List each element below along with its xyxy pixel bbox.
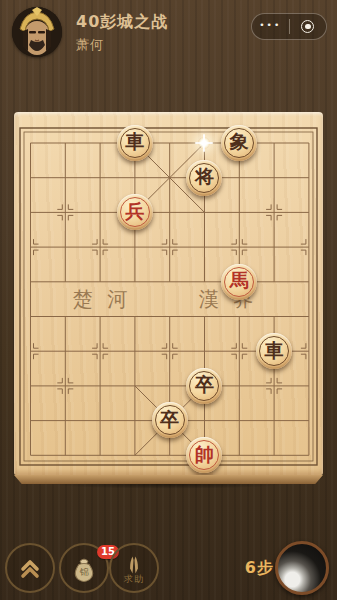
help-label: 求助 (124, 574, 145, 584)
piece-character: 象 (230, 132, 249, 151)
brocade-bag-icon: 锦 (68, 552, 100, 584)
piece-character: 車 (125, 132, 144, 151)
collapse-button[interactable] (5, 543, 55, 593)
wechat-capsule: ••• (251, 13, 327, 40)
more-dots-icon: ••• (259, 21, 281, 30)
highlight-sparkle (198, 137, 210, 149)
chevron-up-icon (15, 553, 45, 583)
praying-hands-icon: 求助 (117, 551, 151, 585)
piece-character: 帥 (195, 445, 214, 464)
piece-layer: 車象将兵馬車卒卒帥 (13, 126, 326, 473)
piece-red-horse[interactable]: 馬 (221, 264, 257, 300)
close-button[interactable] (290, 14, 327, 39)
piece-black-chariot[interactable]: 車 (117, 125, 153, 161)
level-avatar (12, 7, 62, 57)
piece-character: 車 (264, 341, 283, 360)
piece-red-soldier[interactable]: 兵 (117, 194, 153, 230)
xiangqi-board[interactable]: 楚 河漢 界 車象将兵馬車卒卒帥 (14, 112, 323, 475)
piece-black-soldier[interactable]: 卒 (186, 368, 222, 404)
board-bevel (14, 475, 323, 484)
close-circle-icon (301, 20, 314, 33)
hint-bag-button[interactable]: 锦 15 (59, 543, 109, 593)
app-background: { "game": "xiangqi", "app": { "title": "… (0, 0, 337, 600)
piece-red-general[interactable]: 帥 (186, 437, 222, 473)
page-title: 40彭城之战 (76, 12, 168, 33)
bag-character: 锦 (79, 567, 88, 577)
more-button[interactable]: ••• (252, 14, 289, 39)
piece-character: 兵 (125, 202, 144, 221)
help-button[interactable]: 求助 (109, 543, 159, 593)
general-portrait-icon (12, 7, 62, 57)
piece-character: 卒 (160, 410, 179, 429)
player-name: 萧何 (76, 36, 104, 54)
piece-black-general[interactable]: 将 (186, 160, 222, 196)
steps-counter: 6步 (245, 558, 274, 579)
piece-black-soldier[interactable]: 卒 (152, 402, 188, 438)
piece-character: 馬 (230, 271, 249, 290)
user-avatar[interactable] (275, 541, 329, 595)
piece-black-elephant[interactable]: 象 (221, 125, 257, 161)
board-shadow (20, 484, 317, 490)
header: 40彭城之战 萧何 ••• (0, 0, 337, 66)
piece-black-chariot[interactable]: 車 (256, 333, 292, 369)
piece-character: 卒 (195, 375, 214, 394)
piece-character: 将 (195, 167, 214, 186)
